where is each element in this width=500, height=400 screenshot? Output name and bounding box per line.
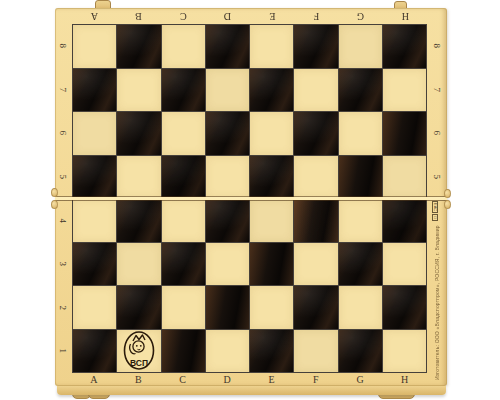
square-e3: [250, 243, 293, 286]
file-label-bottom-g: G: [338, 373, 382, 387]
square-f6: [294, 112, 337, 155]
file-label-bottom-f: F: [294, 373, 338, 387]
square-d6: [206, 112, 249, 155]
file-label-top-c: C: [161, 9, 205, 23]
cert-square-icon: □: [432, 214, 438, 220]
square-e8: [250, 25, 293, 68]
square-g5: [339, 156, 382, 199]
square-h6: [383, 112, 426, 155]
file-label-top-e: E: [250, 9, 294, 23]
square-b4: [117, 199, 160, 242]
square-h7: [383, 69, 426, 112]
certification-marks: EAC □: [429, 201, 441, 215]
square-d2: [206, 286, 249, 329]
square-d4: [206, 199, 249, 242]
square-c3: [162, 243, 205, 286]
square-e1: [250, 330, 293, 373]
square-e7: [250, 69, 293, 112]
square-f5: [294, 156, 337, 199]
square-a3: [73, 243, 116, 286]
square-a1: [73, 330, 116, 373]
square-d3: [206, 243, 249, 286]
square-c4: [162, 199, 205, 242]
square-h5: [383, 156, 426, 199]
square-g3: [339, 243, 382, 286]
square-a7: [73, 69, 116, 112]
square-f8: [294, 25, 337, 68]
fold-seam: [55, 196, 447, 201]
square-d1: [206, 330, 249, 373]
square-h2: [383, 286, 426, 329]
square-b3: [117, 243, 160, 286]
square-a4: [73, 199, 116, 242]
square-g8: [339, 25, 382, 68]
file-label-top-f: F: [294, 9, 338, 23]
square-a2: [73, 286, 116, 329]
square-g2: [339, 286, 382, 329]
file-label-bottom-a: A: [72, 373, 116, 387]
square-e5: [250, 156, 293, 199]
square-c2: [162, 286, 205, 329]
square-f3: [294, 243, 337, 286]
file-label-bottom-c: C: [161, 373, 205, 387]
logo-text: ВСП: [130, 358, 148, 368]
square-f7: [294, 69, 337, 112]
square-f1: [294, 330, 337, 373]
file-label-bottom-b: B: [116, 373, 160, 387]
square-c6: [162, 112, 205, 155]
square-g7: [339, 69, 382, 112]
file-label-top-h: H: [383, 9, 427, 23]
hinge-right-icon: [444, 200, 451, 209]
square-e6: [250, 112, 293, 155]
square-b7: [117, 69, 160, 112]
hinge-right-icon: [444, 189, 451, 198]
square-c1: [162, 330, 205, 373]
square-h1: [383, 330, 426, 373]
vsp-logo-icon: ВСП: [118, 330, 160, 372]
file-label-bottom-h: H: [383, 373, 427, 387]
square-b2: [117, 286, 160, 329]
square-a8: [73, 25, 116, 68]
square-g4: [339, 199, 382, 242]
file-label-bottom-e: E: [250, 373, 294, 387]
square-e4: [250, 199, 293, 242]
square-g6: [339, 112, 382, 155]
chess-board: AABBCCDDEEFFGGHH876543218765 ВСП Изготов…: [55, 8, 447, 386]
file-label-bottom-d: D: [205, 373, 249, 387]
square-c8: [162, 25, 205, 68]
square-g1: [339, 330, 382, 373]
file-label-top-a: A: [72, 9, 116, 23]
square-a5: [73, 156, 116, 199]
square-f2: [294, 286, 337, 329]
square-b8: [117, 25, 160, 68]
square-f4: [294, 199, 337, 242]
square-h4: [383, 199, 426, 242]
square-h8: [383, 25, 426, 68]
square-c7: [162, 69, 205, 112]
hinge-left-icon: [51, 200, 58, 209]
manufacturer-fine-print: Изготовитель: ООО «Владспортпром», РОССИ…: [434, 212, 443, 380]
square-h3: [383, 243, 426, 286]
file-label-top-b: B: [116, 9, 160, 23]
square-a6: [73, 112, 116, 155]
square-d8: [206, 25, 249, 68]
square-d5: [206, 156, 249, 199]
file-label-top-d: D: [205, 9, 249, 23]
square-d7: [206, 69, 249, 112]
hinge-left-icon: [51, 188, 58, 197]
board-photo: AABBCCDDEEFFGGHH876543218765 ВСП Изготов…: [0, 0, 500, 400]
square-c5: [162, 156, 205, 199]
square-b6: [117, 112, 160, 155]
eac-mark-icon: EAC: [432, 201, 438, 213]
square-b5: [117, 156, 160, 199]
square-e2: [250, 286, 293, 329]
board-front-edge: [57, 386, 446, 395]
file-label-top-g: G: [338, 9, 382, 23]
